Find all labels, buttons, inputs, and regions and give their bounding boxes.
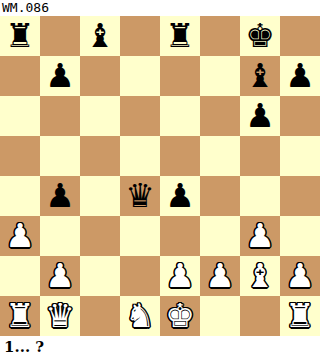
square-g3[interactable]: ♟ xyxy=(240,216,280,256)
square-b2[interactable]: ♟ xyxy=(40,256,80,296)
square-d2[interactable] xyxy=(120,256,160,296)
square-g8[interactable]: ♚ xyxy=(240,16,280,56)
square-a2[interactable] xyxy=(0,256,40,296)
square-h8[interactable] xyxy=(280,16,320,56)
square-d1[interactable]: ♞ xyxy=(120,296,160,336)
square-a1[interactable]: ♜ xyxy=(0,296,40,336)
piece-white-pawn: ♟ xyxy=(205,256,235,296)
square-d4[interactable]: ♛ xyxy=(120,176,160,216)
chess-board: ♜♝♜♚♟♝♟♟♟♛♟♟♟♟♟♟♝♟♜♛♞♚♜ xyxy=(0,16,320,336)
square-e1[interactable]: ♚ xyxy=(160,296,200,336)
chess-puzzle-window: WM.086 ♜♝♜♚♟♝♟♟♟♛♟♟♟♟♟♟♝♟♜♛♞♚♜ 1... ? xyxy=(0,0,320,360)
square-e2[interactable]: ♟ xyxy=(160,256,200,296)
square-c3[interactable] xyxy=(80,216,120,256)
piece-white-rook: ♜ xyxy=(5,296,35,336)
square-h2[interactable]: ♟ xyxy=(280,256,320,296)
square-b1[interactable]: ♛ xyxy=(40,296,80,336)
piece-black-king: ♚ xyxy=(245,16,275,56)
square-a3[interactable]: ♟ xyxy=(0,216,40,256)
square-b6[interactable] xyxy=(40,96,80,136)
square-c7[interactable] xyxy=(80,56,120,96)
square-c4[interactable] xyxy=(80,176,120,216)
piece-black-pawn: ♟ xyxy=(165,176,195,216)
square-a4[interactable] xyxy=(0,176,40,216)
piece-black-pawn: ♟ xyxy=(45,56,75,96)
square-g6[interactable]: ♟ xyxy=(240,96,280,136)
piece-black-rook: ♜ xyxy=(5,16,35,56)
square-e6[interactable] xyxy=(160,96,200,136)
square-d8[interactable] xyxy=(120,16,160,56)
square-f3[interactable] xyxy=(200,216,240,256)
puzzle-title: WM.086 xyxy=(0,0,320,16)
move-prompt: 1... ? xyxy=(0,336,320,360)
square-d5[interactable] xyxy=(120,136,160,176)
square-h4[interactable] xyxy=(280,176,320,216)
square-b4[interactable]: ♟ xyxy=(40,176,80,216)
piece-white-knight: ♞ xyxy=(125,296,155,336)
square-b5[interactable] xyxy=(40,136,80,176)
square-e4[interactable]: ♟ xyxy=(160,176,200,216)
square-d3[interactable] xyxy=(120,216,160,256)
square-e5[interactable] xyxy=(160,136,200,176)
piece-black-pawn: ♟ xyxy=(45,176,75,216)
piece-black-bishop: ♝ xyxy=(85,16,115,56)
square-f7[interactable] xyxy=(200,56,240,96)
square-a5[interactable] xyxy=(0,136,40,176)
square-h5[interactable] xyxy=(280,136,320,176)
square-a6[interactable] xyxy=(0,96,40,136)
square-f5[interactable] xyxy=(200,136,240,176)
piece-white-pawn: ♟ xyxy=(45,256,75,296)
piece-white-pawn: ♟ xyxy=(285,256,315,296)
square-a8[interactable]: ♜ xyxy=(0,16,40,56)
square-b3[interactable] xyxy=(40,216,80,256)
square-e7[interactable] xyxy=(160,56,200,96)
piece-white-bishop: ♝ xyxy=(245,256,275,296)
piece-black-pawn: ♟ xyxy=(285,56,315,96)
square-h3[interactable] xyxy=(280,216,320,256)
square-c5[interactable] xyxy=(80,136,120,176)
piece-white-pawn: ♟ xyxy=(245,216,275,256)
square-b8[interactable] xyxy=(40,16,80,56)
square-h1[interactable]: ♜ xyxy=(280,296,320,336)
square-b7[interactable]: ♟ xyxy=(40,56,80,96)
square-g4[interactable] xyxy=(240,176,280,216)
square-g5[interactable] xyxy=(240,136,280,176)
square-d6[interactable] xyxy=(120,96,160,136)
piece-white-pawn: ♟ xyxy=(165,256,195,296)
square-a7[interactable] xyxy=(0,56,40,96)
square-g2[interactable]: ♝ xyxy=(240,256,280,296)
piece-black-bishop: ♝ xyxy=(245,56,275,96)
square-c8[interactable]: ♝ xyxy=(80,16,120,56)
square-f1[interactable] xyxy=(200,296,240,336)
square-d7[interactable] xyxy=(120,56,160,96)
square-f6[interactable] xyxy=(200,96,240,136)
piece-white-king: ♚ xyxy=(165,296,195,336)
square-h7[interactable]: ♟ xyxy=(280,56,320,96)
piece-white-rook: ♜ xyxy=(285,296,315,336)
square-f4[interactable] xyxy=(200,176,240,216)
piece-black-rook: ♜ xyxy=(165,16,195,56)
piece-white-pawn: ♟ xyxy=(5,216,35,256)
square-c1[interactable] xyxy=(80,296,120,336)
square-h6[interactable] xyxy=(280,96,320,136)
piece-black-queen: ♛ xyxy=(125,176,155,216)
piece-white-queen: ♛ xyxy=(45,296,75,336)
square-g1[interactable] xyxy=(240,296,280,336)
square-e8[interactable]: ♜ xyxy=(160,16,200,56)
square-f2[interactable]: ♟ xyxy=(200,256,240,296)
square-c2[interactable] xyxy=(80,256,120,296)
square-g7[interactable]: ♝ xyxy=(240,56,280,96)
square-f8[interactable] xyxy=(200,16,240,56)
square-c6[interactable] xyxy=(80,96,120,136)
square-e3[interactable] xyxy=(160,216,200,256)
piece-black-pawn: ♟ xyxy=(245,96,275,136)
